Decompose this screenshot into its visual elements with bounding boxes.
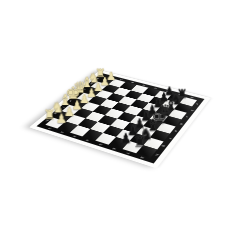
coordinate-label: e — [173, 130, 177, 132]
coordinate-label: 8 — [139, 156, 144, 159]
coordinate-label: 3 — [72, 135, 77, 137]
coordinate-label: f — [168, 138, 172, 140]
chess-board: abcdefgh abcdefgh 87654321 87654321 ♜♞♝♛… — [29, 70, 211, 168]
coordinate-label: 7 — [125, 152, 130, 154]
board-grid: ♜♞♝♛♚♝♞♜♟♟♟♟♟♟♟♟♟♟♟♟♟♟♟♟♜♞♝♛♚♝♞♜ — [45, 76, 197, 158]
coordinate-label: 5 — [98, 143, 103, 145]
coordinate-label: 4 — [85, 139, 90, 141]
coordinate-label: 1 — [47, 127, 52, 129]
piece-white-pawn-h2[interactable]: ♟ — [49, 112, 74, 124]
coordinate-label: 6 — [111, 147, 116, 149]
vinyl-sheet: abcdefgh abcdefgh 87654321 87654321 ♜♞♝♛… — [29, 70, 211, 168]
product-photo: abcdefgh abcdefgh 87654321 87654321 ♜♞♝♛… — [0, 0, 240, 240]
coordinate-label: a — [195, 103, 199, 105]
coordinate-label: b — [190, 109, 194, 111]
coordinate-label: c — [185, 116, 189, 118]
coordinate-label: h — [155, 153, 160, 156]
piece-black-rook-h8[interactable]: ♜ — [126, 135, 153, 149]
coordinate-label: 2 — [60, 131, 65, 133]
coordinate-label: g — [161, 145, 166, 147]
coordinate-label: d — [179, 123, 183, 125]
coordinate-band: abcdefgh abcdefgh 87654321 87654321 ♜♞♝♛… — [36, 73, 204, 164]
